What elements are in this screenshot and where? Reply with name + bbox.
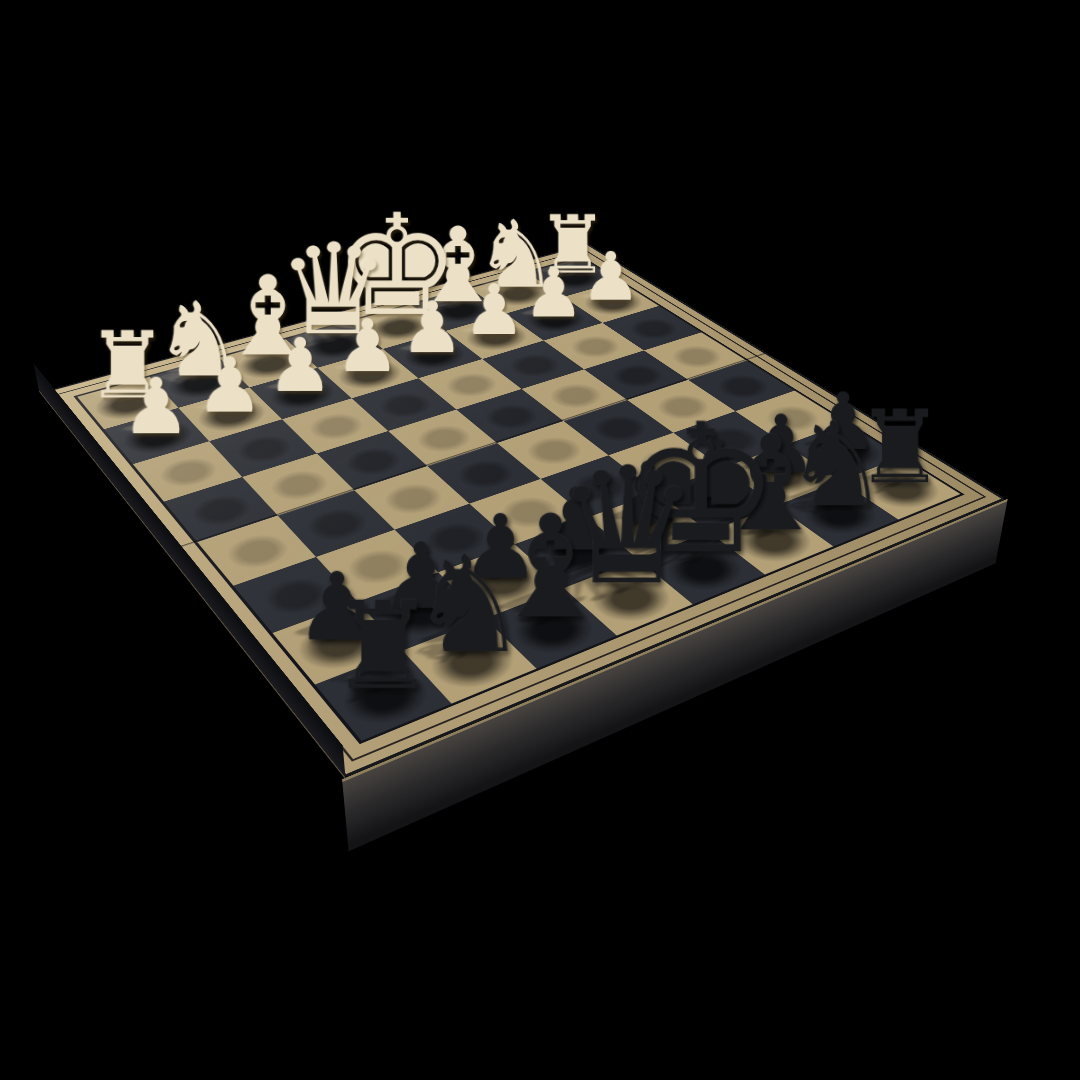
chessboard: ♜♜♞♞♝♝♛♛♚♚♝♝♞♞♜♜♟♟♟♟♟♟♟♟♟♟♟♟♟♟♟♟♟♟♟♟♟♟♟♟…: [40, 244, 1006, 779]
scene: ♜♜♞♞♝♝♛♛♚♚♝♝♞♞♜♜♟♟♟♟♟♟♟♟♟♟♟♟♟♟♟♟♟♟♟♟♟♟♟♟…: [0, 0, 1080, 1080]
photo-canvas: ♜♜♞♞♝♝♛♛♚♚♝♝♞♞♜♜♟♟♟♟♟♟♟♟♟♟♟♟♟♟♟♟♟♟♟♟♟♟♟♟…: [0, 0, 1080, 1080]
black-rook-glyph: ♜: [329, 586, 437, 706]
